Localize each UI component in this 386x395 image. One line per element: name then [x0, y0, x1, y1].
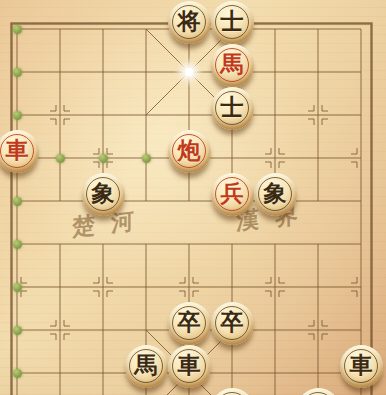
last-move-sparkle — [168, 51, 211, 94]
piece-glyph: 馬 — [135, 354, 158, 377]
piece-hidden-piece-2[interactable] — [297, 388, 340, 395]
piece-black-chariot-2[interactable]: 車 — [340, 345, 383, 388]
piece-red-chariot[interactable]: 車 — [0, 137, 39, 180]
piece-black-elephant-1[interactable]: 象 — [82, 180, 125, 223]
piece-red-chariot[interactable]: 車 — [0, 130, 39, 173]
sparkle-icon — [172, 55, 206, 89]
move-dot-marker[interactable] — [13, 197, 22, 206]
move-dot-marker[interactable] — [13, 111, 22, 120]
piece-black-general[interactable]: 将 — [168, 1, 211, 44]
piece-black-chariot-1[interactable]: 車 — [168, 345, 211, 388]
move-dot-marker[interactable] — [142, 154, 151, 163]
piece-red-cannon[interactable]: 炮 — [168, 130, 211, 173]
piece-glyph: 卒 — [178, 311, 201, 334]
piece-red-soldier[interactable]: 兵 — [211, 180, 254, 223]
move-dot[interactable] — [0, 266, 39, 309]
piece-layer: 将士馬士車炮象兵象卒卒馬車車 — [0, 8, 383, 395]
piece-glyph: 象 — [92, 182, 115, 205]
piece-glyph: 兵 — [221, 182, 244, 205]
piece-black-elephant-2[interactable]: 象 — [254, 180, 297, 223]
move-dot-marker[interactable] — [13, 326, 22, 335]
move-dot-marker[interactable] — [13, 369, 22, 378]
piece-red-horse[interactable]: 馬 — [211, 44, 254, 87]
piece-hidden-piece-1[interactable] — [211, 388, 254, 395]
xiangqi-board: 楚河 漢界 将士馬士車炮象兵象卒卒馬車車 — [0, 0, 386, 395]
move-dot-marker[interactable] — [99, 154, 108, 163]
move-dot[interactable] — [0, 180, 39, 223]
move-dot-marker[interactable] — [13, 283, 22, 292]
move-dot[interactable] — [0, 352, 39, 395]
piece-glyph: 士 — [221, 96, 244, 119]
piece-glyph: 象 — [264, 182, 287, 205]
move-dot-marker[interactable] — [56, 154, 65, 163]
piece-black-chariot-1[interactable]: 車 — [168, 352, 211, 395]
piece-glyph: 馬 — [221, 53, 244, 76]
move-dot[interactable] — [125, 137, 168, 180]
move-dot[interactable] — [0, 309, 39, 352]
piece-black-soldier-2[interactable]: 卒 — [211, 309, 254, 352]
piece-glyph: 卒 — [221, 311, 244, 334]
move-dot-marker[interactable] — [13, 240, 22, 249]
piece-glyph: 車 — [6, 139, 29, 162]
move-dot[interactable] — [0, 8, 39, 51]
piece-glyph: 車 — [178, 354, 201, 377]
piece-black-horse[interactable]: 馬 — [125, 352, 168, 395]
piece-black-elephant-1[interactable]: 象 — [82, 173, 125, 216]
piece-glyph: 炮 — [178, 139, 201, 162]
piece-black-advisor-1[interactable]: 士 — [211, 1, 254, 44]
piece-black-chariot-2[interactable]: 車 — [340, 352, 383, 395]
piece-black-soldier-2[interactable]: 卒 — [211, 302, 254, 345]
piece-red-cannon[interactable]: 炮 — [168, 137, 211, 180]
move-dot-marker[interactable] — [13, 68, 22, 77]
move-dot-marker[interactable] — [13, 25, 22, 34]
move-dot[interactable] — [39, 137, 82, 180]
piece-black-advisor-2[interactable]: 士 — [211, 87, 254, 130]
piece-black-horse[interactable]: 馬 — [125, 345, 168, 388]
piece-black-elephant-2[interactable]: 象 — [254, 173, 297, 216]
piece-glyph: 士 — [221, 10, 244, 33]
piece-glyph: 車 — [350, 354, 373, 377]
piece-black-general[interactable]: 将 — [168, 8, 211, 51]
piece-red-soldier[interactable]: 兵 — [211, 173, 254, 216]
piece-black-soldier-1[interactable]: 卒 — [168, 302, 211, 345]
piece-black-advisor-2[interactable]: 士 — [211, 94, 254, 137]
move-dot[interactable] — [0, 223, 39, 266]
piece-glyph: 将 — [178, 10, 201, 33]
move-dot[interactable] — [0, 51, 39, 94]
